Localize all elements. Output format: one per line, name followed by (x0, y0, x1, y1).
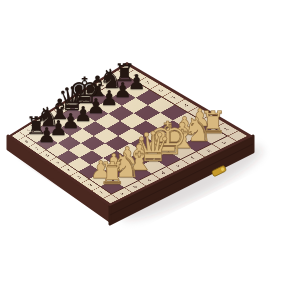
chess-set-photo: abcdefgh8877665544332211abcdefgh ♜♞♝♛♚♝♞… (0, 0, 285, 285)
piece-black-pawn-a7[interactable]: ♟ (37, 125, 55, 146)
piece-white-rook-a1[interactable]: ♜ (99, 159, 126, 189)
